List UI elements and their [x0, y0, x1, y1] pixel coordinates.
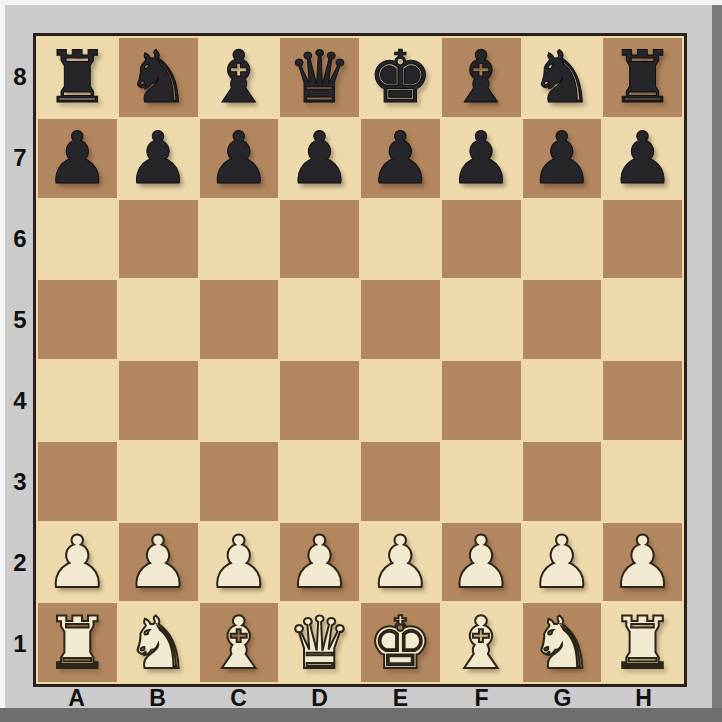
- square-e3[interactable]: [361, 442, 440, 521]
- square-h8[interactable]: ♜: [603, 38, 682, 117]
- square-c6[interactable]: [200, 200, 279, 279]
- square-e4[interactable]: [361, 361, 440, 440]
- square-d4[interactable]: [280, 361, 359, 440]
- square-h5[interactable]: [603, 280, 682, 359]
- square-e6[interactable]: [361, 200, 440, 279]
- file-labels: ABCDEFGH: [36, 685, 684, 708]
- piece-black-pawn[interactable]: ♟: [126, 119, 191, 197]
- square-b7[interactable]: ♟: [119, 119, 198, 198]
- square-d7[interactable]: ♟: [280, 119, 359, 198]
- chess-board: ♜♞♝♛♚♝♞♜♟♟♟♟♟♟♟♟♟♟♟♟♟♟♟♟♜♞♝♛♚♝♞♜: [36, 36, 684, 684]
- piece-white-pawn[interactable]: ♟: [45, 523, 110, 601]
- piece-white-pawn[interactable]: ♟: [207, 523, 272, 601]
- square-b3[interactable]: [119, 442, 198, 521]
- rank-label-6: 6: [0, 198, 33, 279]
- square-a1[interactable]: ♜: [38, 603, 117, 682]
- piece-black-bishop[interactable]: ♝: [207, 38, 272, 116]
- piece-white-queen[interactable]: ♛: [287, 604, 352, 682]
- square-a5[interactable]: [38, 280, 117, 359]
- file-label-d: D: [279, 685, 360, 712]
- square-h6[interactable]: [603, 200, 682, 279]
- rank-label-8: 8: [0, 36, 33, 117]
- piece-white-knight[interactable]: ♞: [530, 604, 595, 682]
- square-h4[interactable]: [603, 361, 682, 440]
- piece-white-rook[interactable]: ♜: [45, 604, 110, 682]
- file-label-a: A: [36, 685, 117, 712]
- rank-label-5: 5: [0, 279, 33, 360]
- board-border: ♜♞♝♛♚♝♞♜♟♟♟♟♟♟♟♟♟♟♟♟♟♟♟♟♜♞♝♛♚♝♞♜: [33, 33, 687, 687]
- file-label-f: F: [441, 685, 522, 712]
- square-a4[interactable]: [38, 361, 117, 440]
- piece-white-pawn[interactable]: ♟: [610, 523, 675, 601]
- square-d8[interactable]: ♛: [280, 38, 359, 117]
- square-b2[interactable]: ♟: [119, 523, 198, 602]
- square-g7[interactable]: ♟: [523, 119, 602, 198]
- piece-white-rook[interactable]: ♜: [610, 604, 675, 682]
- piece-black-king[interactable]: ♚: [368, 38, 433, 116]
- piece-white-pawn[interactable]: ♟: [530, 523, 595, 601]
- square-b6[interactable]: [119, 200, 198, 279]
- square-f1[interactable]: ♝: [442, 603, 521, 682]
- square-c1[interactable]: ♝: [200, 603, 279, 682]
- piece-black-pawn[interactable]: ♟: [449, 119, 514, 197]
- square-e7[interactable]: ♟: [361, 119, 440, 198]
- square-f6[interactable]: [442, 200, 521, 279]
- square-c5[interactable]: [200, 280, 279, 359]
- piece-white-pawn[interactable]: ♟: [287, 523, 352, 601]
- square-f8[interactable]: ♝: [442, 38, 521, 117]
- square-f3[interactable]: [442, 442, 521, 521]
- rank-label-4: 4: [0, 360, 33, 441]
- square-b1[interactable]: ♞: [119, 603, 198, 682]
- square-c3[interactable]: [200, 442, 279, 521]
- piece-white-king[interactable]: ♚: [368, 604, 433, 682]
- square-d5[interactable]: [280, 280, 359, 359]
- square-a7[interactable]: ♟: [38, 119, 117, 198]
- piece-black-pawn[interactable]: ♟: [45, 119, 110, 197]
- square-c2[interactable]: ♟: [200, 523, 279, 602]
- square-b8[interactable]: ♞: [119, 38, 198, 117]
- piece-white-knight[interactable]: ♞: [126, 604, 191, 682]
- piece-black-pawn[interactable]: ♟: [207, 119, 272, 197]
- square-f7[interactable]: ♟: [442, 119, 521, 198]
- square-h1[interactable]: ♜: [603, 603, 682, 682]
- rank-label-3: 3: [0, 441, 33, 522]
- square-d1[interactable]: ♛: [280, 603, 359, 682]
- square-g1[interactable]: ♞: [523, 603, 602, 682]
- frame-highlight-top: [0, 0, 722, 5]
- piece-black-pawn[interactable]: ♟: [530, 119, 595, 197]
- square-c4[interactable]: [200, 361, 279, 440]
- square-h2[interactable]: ♟: [603, 523, 682, 602]
- rank-label-2: 2: [0, 522, 33, 603]
- file-label-b: B: [117, 685, 198, 712]
- square-c7[interactable]: ♟: [200, 119, 279, 198]
- square-g5[interactable]: [523, 280, 602, 359]
- square-g3[interactable]: [523, 442, 602, 521]
- square-a2[interactable]: ♟: [38, 523, 117, 602]
- file-label-c: C: [198, 685, 279, 712]
- piece-black-pawn[interactable]: ♟: [287, 119, 352, 197]
- piece-white-pawn[interactable]: ♟: [126, 523, 191, 601]
- piece-black-pawn[interactable]: ♟: [368, 119, 433, 197]
- square-a8[interactable]: ♜: [38, 38, 117, 117]
- frame-shadow-right: [712, 0, 722, 722]
- square-f2[interactable]: ♟: [442, 523, 521, 602]
- square-d2[interactable]: ♟: [280, 523, 359, 602]
- square-g6[interactable]: [523, 200, 602, 279]
- square-a3[interactable]: [38, 442, 117, 521]
- rank-label-1: 1: [0, 603, 33, 684]
- file-label-g: G: [522, 685, 603, 712]
- square-e8[interactable]: ♚: [361, 38, 440, 117]
- piece-black-knight[interactable]: ♞: [126, 38, 191, 116]
- piece-black-knight[interactable]: ♞: [530, 38, 595, 116]
- file-label-h: H: [603, 685, 684, 712]
- square-a6[interactable]: [38, 200, 117, 279]
- square-f5[interactable]: [442, 280, 521, 359]
- rank-label-7: 7: [0, 117, 33, 198]
- square-g2[interactable]: ♟: [523, 523, 602, 602]
- square-d6[interactable]: [280, 200, 359, 279]
- square-g8[interactable]: ♞: [523, 38, 602, 117]
- square-g4[interactable]: [523, 361, 602, 440]
- square-c8[interactable]: ♝: [200, 38, 279, 117]
- piece-black-rook[interactable]: ♜: [45, 38, 110, 116]
- piece-white-pawn[interactable]: ♟: [368, 523, 433, 601]
- square-b4[interactable]: [119, 361, 198, 440]
- rank-labels: 87654321: [0, 36, 33, 684]
- piece-white-bishop[interactable]: ♝: [449, 604, 514, 682]
- square-h3[interactable]: [603, 442, 682, 521]
- square-e5[interactable]: [361, 280, 440, 359]
- chessboard-window: 87654321 ♜♞♝♛♚♝♞♜♟♟♟♟♟♟♟♟♟♟♟♟♟♟♟♟♜♞♝♛♚♝♞…: [0, 0, 722, 722]
- square-e1[interactable]: ♚: [361, 603, 440, 682]
- piece-white-pawn[interactable]: ♟: [449, 523, 514, 601]
- piece-white-bishop[interactable]: ♝: [207, 604, 272, 682]
- square-e2[interactable]: ♟: [361, 523, 440, 602]
- piece-black-pawn[interactable]: ♟: [610, 119, 675, 197]
- piece-black-rook[interactable]: ♜: [610, 38, 675, 116]
- piece-black-queen[interactable]: ♛: [287, 38, 352, 116]
- piece-black-bishop[interactable]: ♝: [449, 38, 514, 116]
- square-b5[interactable]: [119, 280, 198, 359]
- square-h7[interactable]: ♟: [603, 119, 682, 198]
- square-f4[interactable]: [442, 361, 521, 440]
- file-label-e: E: [360, 685, 441, 712]
- square-d3[interactable]: [280, 442, 359, 521]
